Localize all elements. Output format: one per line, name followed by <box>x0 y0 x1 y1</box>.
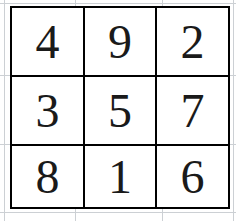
cell-value: 8 <box>36 153 60 201</box>
spreadsheet-canvas: 4 9 2 3 5 7 8 1 6 <box>0 0 236 221</box>
cell-r0c1: 9 <box>85 8 155 75</box>
cell-r0c0: 4 <box>12 8 83 75</box>
cell-value: 3 <box>36 87 60 135</box>
sheet-gridline-vertical-right <box>233 0 234 221</box>
cell-value: 2 <box>181 18 205 66</box>
magic-square-board: 4 9 2 3 5 7 8 1 6 <box>10 6 230 209</box>
cell-value: 7 <box>181 87 205 135</box>
cell-r1c2: 7 <box>157 77 228 144</box>
cell-value: 1 <box>108 153 132 201</box>
sheet-gridline-horizontal-top <box>0 3 236 4</box>
cell-value: 9 <box>108 18 132 66</box>
cell-r2c0: 8 <box>12 146 83 207</box>
cell-value: 4 <box>36 18 60 66</box>
cell-r1c0: 3 <box>12 77 83 144</box>
cell-r2c1: 1 <box>85 146 155 207</box>
cell-value: 5 <box>108 87 132 135</box>
cell-r2c2: 6 <box>157 146 228 207</box>
cell-value: 6 <box>181 153 205 201</box>
cell-r0c2: 2 <box>157 8 228 75</box>
sheet-gridline-horizontal-bottom <box>0 212 236 213</box>
sheet-gridline-vertical-left <box>4 0 5 221</box>
cell-r1c1: 5 <box>85 77 155 144</box>
